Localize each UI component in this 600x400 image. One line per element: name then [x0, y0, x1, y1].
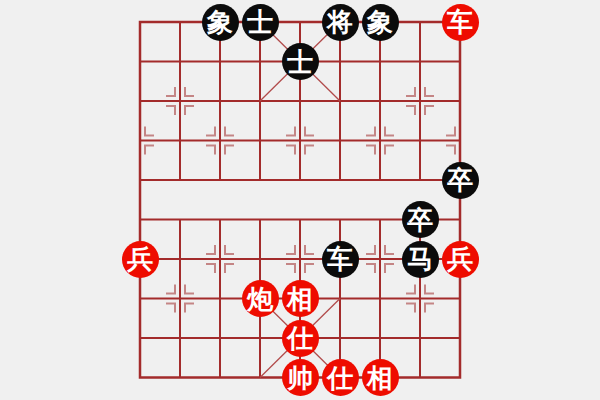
piece-black-horse[interactable]: 马 [402, 241, 439, 278]
piece-red-advisor[interactable]: 仕 [322, 359, 359, 396]
piece-red-chariot[interactable]: 车 [442, 4, 479, 41]
piece-black-elephant[interactable]: 象 [202, 4, 239, 41]
piece-red-general[interactable]: 帅 [282, 359, 319, 396]
piece-black-elephant[interactable]: 象 [362, 4, 399, 41]
piece-red-soldier[interactable]: 兵 [122, 241, 159, 278]
piece-red-advisor[interactable]: 仕 [282, 320, 319, 357]
xiangqi-board[interactable]: 象士将象车士卒卒兵车马兵炮相仕帅仕相 [0, 0, 600, 400]
piece-black-chariot[interactable]: 车 [322, 241, 359, 278]
piece-red-elephant[interactable]: 相 [282, 280, 319, 317]
piece-black-soldier[interactable]: 卒 [402, 201, 439, 238]
piece-black-soldier[interactable]: 卒 [442, 162, 479, 199]
piece-black-advisor[interactable]: 士 [282, 43, 319, 80]
piece-red-soldier[interactable]: 兵 [442, 241, 479, 278]
piece-red-elephant[interactable]: 相 [362, 359, 399, 396]
piece-black-advisor[interactable]: 士 [242, 4, 279, 41]
piece-red-cannon[interactable]: 炮 [242, 280, 279, 317]
piece-black-general[interactable]: 将 [322, 4, 359, 41]
